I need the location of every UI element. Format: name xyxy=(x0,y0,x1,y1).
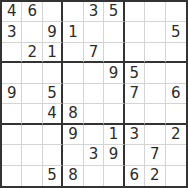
cell-r4c1[interactable] xyxy=(2,63,22,83)
cell-r9c4[interactable]: 8 xyxy=(63,166,83,186)
cell-r2c7[interactable] xyxy=(125,22,145,42)
cell-r4c9[interactable] xyxy=(166,63,186,83)
cell-r6c3[interactable]: 4 xyxy=(43,104,63,124)
cell-r6c1[interactable] xyxy=(2,104,22,124)
cell-r3c4[interactable] xyxy=(63,43,83,63)
cell-r3c7[interactable] xyxy=(125,43,145,63)
cell-r8c7[interactable] xyxy=(125,145,145,165)
cell-r5c4[interactable] xyxy=(63,84,83,104)
cell-r7c6[interactable]: 1 xyxy=(104,125,124,145)
cell-r1c8[interactable] xyxy=(145,2,165,22)
cell-r1c2[interactable]: 6 xyxy=(22,2,42,22)
cell-r3c1[interactable] xyxy=(2,43,22,63)
cell-r4c6[interactable]: 9 xyxy=(104,63,124,83)
cell-r8c3[interactable] xyxy=(43,145,63,165)
cell-r3c6[interactable] xyxy=(104,43,124,63)
cell-r8c8[interactable]: 7 xyxy=(145,145,165,165)
cell-r5c1[interactable]: 9 xyxy=(2,84,22,104)
cell-r1c3[interactable] xyxy=(43,2,63,22)
cell-r5c2[interactable] xyxy=(22,84,42,104)
cell-r1c1[interactable]: 4 xyxy=(2,2,22,22)
cell-r2c8[interactable] xyxy=(145,22,165,42)
cell-r7c8[interactable] xyxy=(145,125,165,145)
cell-r3c2[interactable]: 2 xyxy=(22,43,42,63)
cell-r7c7[interactable]: 3 xyxy=(125,125,145,145)
cell-r6c2[interactable] xyxy=(22,104,42,124)
cell-r8c2[interactable] xyxy=(22,145,42,165)
cell-r9c8[interactable]: 2 xyxy=(145,166,165,186)
cell-r1c9[interactable] xyxy=(166,2,186,22)
cell-r8c1[interactable] xyxy=(2,145,22,165)
cell-r9c3[interactable]: 5 xyxy=(43,166,63,186)
cell-r5c5[interactable] xyxy=(84,84,104,104)
cell-r3c8[interactable] xyxy=(145,43,165,63)
cell-r9c7[interactable]: 6 xyxy=(125,166,145,186)
cell-r2c1[interactable]: 3 xyxy=(2,22,22,42)
cell-r2c9[interactable]: 5 xyxy=(166,22,186,42)
cell-r2c2[interactable] xyxy=(22,22,42,42)
cell-r5c9[interactable]: 6 xyxy=(166,84,186,104)
cell-r1c4[interactable] xyxy=(63,2,83,22)
cell-r7c5[interactable] xyxy=(84,125,104,145)
cell-r1c7[interactable] xyxy=(125,2,145,22)
cell-r5c3[interactable]: 5 xyxy=(43,84,63,104)
cell-r2c6[interactable] xyxy=(104,22,124,42)
cell-r4c3[interactable] xyxy=(43,63,63,83)
cell-r8c5[interactable]: 3 xyxy=(84,145,104,165)
cell-r9c2[interactable] xyxy=(22,166,42,186)
cell-r7c4[interactable]: 9 xyxy=(63,125,83,145)
cell-r6c9[interactable] xyxy=(166,104,186,124)
cell-r9c5[interactable] xyxy=(84,166,104,186)
cell-r4c2[interactable] xyxy=(22,63,42,83)
cell-r6c8[interactable] xyxy=(145,104,165,124)
sudoku-board: 463539152179595764891323975862 xyxy=(0,0,188,188)
cell-r4c7[interactable]: 5 xyxy=(125,63,145,83)
cell-r3c9[interactable] xyxy=(166,43,186,63)
cell-r4c5[interactable] xyxy=(84,63,104,83)
cell-r2c4[interactable]: 1 xyxy=(63,22,83,42)
cell-r1c6[interactable]: 5 xyxy=(104,2,124,22)
cell-r1c5[interactable]: 3 xyxy=(84,2,104,22)
cell-r3c5[interactable]: 7 xyxy=(84,43,104,63)
cell-r9c9[interactable] xyxy=(166,166,186,186)
cell-r3c3[interactable]: 1 xyxy=(43,43,63,63)
cell-r6c6[interactable] xyxy=(104,104,124,124)
cell-r6c7[interactable] xyxy=(125,104,145,124)
cell-r6c4[interactable]: 8 xyxy=(63,104,83,124)
cell-r6c5[interactable] xyxy=(84,104,104,124)
cell-r5c6[interactable] xyxy=(104,84,124,104)
cell-r7c2[interactable] xyxy=(22,125,42,145)
cell-r7c1[interactable] xyxy=(2,125,22,145)
cell-r2c5[interactable] xyxy=(84,22,104,42)
cell-r5c8[interactable] xyxy=(145,84,165,104)
cell-r4c8[interactable] xyxy=(145,63,165,83)
cell-r8c4[interactable] xyxy=(63,145,83,165)
cell-r5c7[interactable]: 7 xyxy=(125,84,145,104)
cell-r4c4[interactable] xyxy=(63,63,83,83)
cell-r8c6[interactable]: 9 xyxy=(104,145,124,165)
cell-r2c3[interactable]: 9 xyxy=(43,22,63,42)
cell-r9c1[interactable] xyxy=(2,166,22,186)
cell-r9c6[interactable] xyxy=(104,166,124,186)
cell-r8c9[interactable] xyxy=(166,145,186,165)
cell-r7c3[interactable] xyxy=(43,125,63,145)
cell-r7c9[interactable]: 2 xyxy=(166,125,186,145)
